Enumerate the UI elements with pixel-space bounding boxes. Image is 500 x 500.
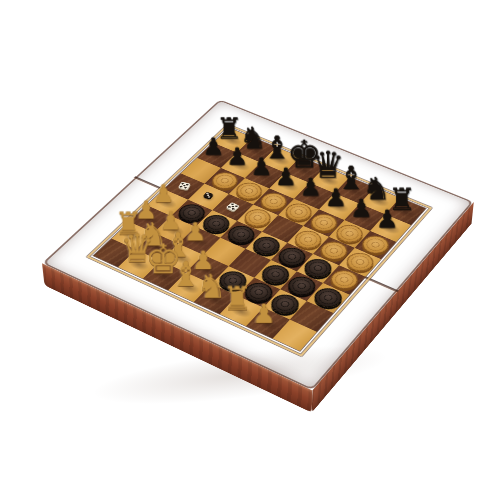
photo-stage: ♜♞♝♚♛♝♞♜♟♟♟♟♟♟♟♟♟♟♟♟♜♞♝♟♛♚♝♞♜♟ — [0, 0, 500, 500]
die-white[interactable] — [226, 202, 240, 211]
die-black[interactable] — [203, 192, 214, 199]
games-board: ♜♞♝♚♛♝♞♜♟♟♟♟♟♟♟♟♟♟♟♟♜♞♝♟♛♚♝♞♜♟ — [42, 99, 474, 390]
pawn-glyph: ♟ — [372, 207, 402, 232]
draughts-man-dark[interactable] — [248, 233, 284, 257]
pawn-glyph: ♟ — [248, 301, 280, 327]
die-white[interactable] — [178, 182, 191, 190]
